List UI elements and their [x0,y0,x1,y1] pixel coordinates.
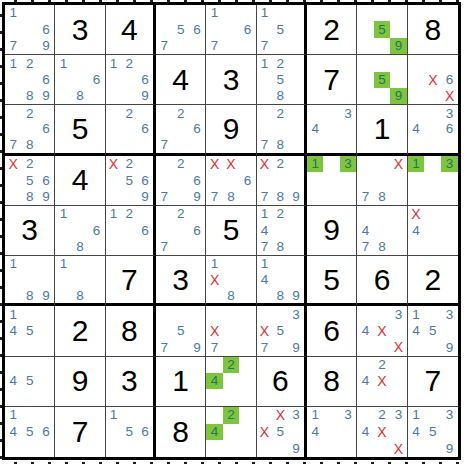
pencil-marks: X78 [357,156,406,205]
candidate-9: 9 [441,440,458,457]
cell-r6c2[interactable]: 18 [55,256,105,306]
candidate-7: 7 [257,137,273,153]
cell-r2c5[interactable]: 3 [206,55,256,105]
cell-r1c1[interactable]: 1679 [5,5,55,55]
eliminated-candidate-9: X [441,88,458,104]
solved-digit: 5 [223,215,240,245]
cell-r4c5[interactable]: XX678 [206,156,256,206]
candidate-4: 4 [408,222,425,238]
candidate-1: 1 [55,256,71,272]
cell-r2c8[interactable]: 59 [357,55,407,105]
cell-r3c3[interactable]: 26 [106,105,156,155]
candidate-2: 2 [374,407,390,424]
candidate-8: 8 [272,88,288,104]
candidate-5: 5 [21,373,37,389]
candidate-6: 6 [137,424,153,441]
solved-digit: 9 [72,366,89,396]
candidate-5: 5 [424,424,441,441]
cell-r5c4[interactable]: 267 [156,206,206,256]
cell-r9c1[interactable]: 1456 [5,407,55,457]
pencil-marks: 167 [206,5,255,54]
candidate-2: 2 [121,206,137,222]
candidate-9: 9 [189,188,205,204]
pencil-marks: 168 [55,55,104,104]
pencil-marks: 1456 [5,407,54,457]
solved-digit: 9 [223,114,240,144]
candidate-2: 2 [21,55,37,71]
candidate-7: 7 [5,137,21,153]
candidate-1: 1 [206,256,222,272]
candidate-1: 1 [307,407,323,424]
pencil-marks: XX678 [206,156,255,205]
cell-r5c7[interactable]: 9 [307,206,357,256]
candidate-2: 2 [121,105,137,121]
candidate-8: 8 [21,188,37,204]
candidate-6: 6 [239,172,255,188]
cell-r2c7[interactable]: 7 [307,55,357,105]
cell-r7c5[interactable]: X7 [206,306,256,356]
candidate-6: 6 [441,121,458,137]
cell-r6c6[interactable]: 1489 [257,256,307,306]
candidate-2: 2 [172,156,188,172]
cell-r6c8[interactable]: 6 [357,256,407,306]
cell-r8c9[interactable]: 7 [408,357,458,407]
candidate-9: 9 [288,440,304,457]
candidate-7: 7 [206,188,222,204]
highlighted-candidate-3: 3 [441,156,458,172]
candidate-4: 4 [357,323,373,339]
candidate-6: 6 [137,72,153,88]
candidate-6: 6 [38,172,54,188]
pencil-marks: 145 [5,306,54,355]
candidate-2: 2 [272,206,288,222]
candidate-7: 7 [206,38,222,54]
cell-r8c8[interactable]: 24X [357,357,407,407]
solved-digit: 3 [21,215,38,245]
cell-r8c7[interactable]: 8 [307,357,357,407]
cell-r9c5[interactable]: 24 [206,407,256,457]
pencil-marks: 156 [106,407,153,457]
pencil-marks: 2679 [156,156,205,205]
candidate-1: 1 [5,306,21,322]
pencil-marks: 1X8 [206,256,255,303]
solved-digit: 4 [172,65,189,95]
solved-digit: 2 [424,265,441,295]
candidate-2: 2 [121,156,137,172]
candidate-7: 7 [156,137,172,153]
cell-r7c9[interactable]: 13459 [408,306,458,356]
solved-digit: 7 [72,417,89,447]
eliminated-candidate-1: X [206,156,222,172]
cell-r1c2[interactable]: 3 [55,5,105,55]
candidate-6: 6 [38,424,54,441]
candidate-4: 4 [408,323,425,339]
candidate-6: 6 [189,121,205,137]
pencil-marks: X2789 [257,156,304,205]
solved-digit: 6 [272,366,289,396]
candidate-8: 8 [223,188,239,204]
candidate-5: 5 [21,172,37,188]
solved-digit: 9 [323,215,340,245]
candidate-6: 6 [441,72,458,88]
cell-r7c3[interactable]: 8 [106,306,156,356]
solved-digit: 7 [323,65,340,95]
candidate-7: 7 [257,188,273,204]
cell-r6c5[interactable]: 1X8 [206,256,256,306]
cell-r6c1[interactable]: 189 [5,256,55,306]
solved-digit: 1 [374,114,391,144]
candidate-9: 9 [189,339,205,355]
pencil-marks: 1679 [5,5,54,54]
cell-r4c2[interactable]: 4 [55,156,105,206]
cell-r8c3[interactable]: 3 [106,357,156,407]
cell-r1c3[interactable]: 4 [106,5,156,55]
pencil-marks: 24 [206,357,255,406]
cell-r8c2[interactable]: 9 [55,357,105,407]
cell-r4c8[interactable]: X78 [357,156,407,206]
candidate-6: 6 [189,172,205,188]
eliminated-candidate-1: X [257,156,273,172]
pencil-marks: 1489 [257,256,304,303]
candidate-9: 9 [38,188,54,204]
cell-r2c6[interactable]: 1258 [257,55,307,105]
candidate-5: 5 [272,323,288,339]
pencil-marks: X25689 [5,156,54,205]
candidate-2: 2 [172,105,188,121]
cell-r1c5[interactable]: 167 [206,5,256,55]
pencil-marks: 3X579 [257,306,304,355]
eliminated-candidate-1: X [5,156,21,172]
pencil-marks: 24X [357,357,406,406]
solved-digit: 4 [72,165,89,195]
candidate-3: 3 [390,407,406,424]
eliminated-candidate-3: X [390,156,406,172]
candidate-1: 1 [5,407,21,424]
candidate-1: 1 [206,5,222,21]
cell-r6c3[interactable]: 7 [106,256,156,306]
solved-digit: 8 [424,15,441,45]
candidate-6: 6 [137,172,153,188]
pencil-marks: X6X [408,55,458,104]
solved-digit: 3 [72,15,89,45]
solved-digit: 1 [172,366,189,396]
eliminated-candidate-5: X [424,72,441,88]
solved-digit: 8 [121,316,138,346]
solved-digit: 6 [374,265,391,295]
candidate-9: 9 [288,339,304,355]
candidate-3: 3 [340,105,356,121]
sudoku-board: 1679345671671572598126891681269431258759… [2,2,461,460]
cell-r2c4[interactable]: 4 [156,55,206,105]
candidate-3: 3 [390,306,406,322]
cell-r9c2[interactable]: 7 [55,407,105,457]
candidate-6: 6 [88,222,104,238]
pencil-marks: 34XX [357,306,406,355]
candidate-1: 1 [106,55,122,71]
candidate-1: 1 [257,206,273,222]
candidate-8: 8 [272,137,288,153]
candidate-8: 8 [223,288,239,304]
cell-r7c7[interactable]: 6 [307,306,357,356]
cell-r1c9[interactable]: 8 [408,5,458,55]
candidate-8: 8 [374,239,390,255]
candidate-8: 8 [272,188,288,204]
candidate-1: 1 [408,407,425,424]
candidate-9: 9 [38,88,54,104]
candidate-1: 1 [106,206,122,222]
candidate-6: 6 [189,21,205,37]
pencil-marks: 12689 [5,55,54,104]
eliminated-candidate-4: X [257,424,273,441]
eliminated-candidate-5: X [374,323,390,339]
candidate-4: 4 [307,121,323,137]
candidate-1: 1 [106,407,122,424]
candidate-4: 4 [5,323,21,339]
pencil-marks: 59 [357,5,406,54]
cell-r3c8[interactable]: 1 [357,105,407,155]
solved-digit: 7 [424,366,441,396]
candidate-3: 3 [340,407,356,424]
cell-r5c3[interactable]: 126 [106,206,156,256]
solved-digit: 3 [121,366,138,396]
eliminated-candidate-9: X [390,339,406,355]
pencil-marks: 1258 [257,55,304,104]
highlighted-candidate-1: 1 [307,156,323,172]
pencil-marks: 478 [357,206,406,255]
candidate-5: 5 [121,424,137,441]
candidate-7: 7 [156,339,172,355]
cell-r8c4[interactable]: 1 [156,357,206,407]
eliminated-candidate-4: X [257,323,273,339]
candidate-4: 4 [408,424,425,441]
candidate-6: 6 [137,121,153,137]
cell-r8c1[interactable]: 45 [5,357,55,407]
cell-r7c6[interactable]: 3X579 [257,306,307,356]
candidate-2: 2 [272,156,288,172]
candidate-9: 9 [288,288,304,304]
cell-r7c8[interactable]: 34XX [357,306,407,356]
cell-r7c1[interactable]: 145 [5,306,55,356]
highlighted-candidate-3: 3 [340,156,356,172]
cell-r5c5[interactable]: 5 [206,206,256,256]
cell-r3c1[interactable]: 2678 [5,105,55,155]
candidate-6: 6 [239,21,255,37]
candidate-6: 6 [137,222,153,238]
pencil-marks: 234XX [357,407,406,457]
candidate-2: 2 [374,357,390,373]
eliminated-candidate-9: X [390,440,406,457]
candidate-7: 7 [5,38,21,54]
cell-r4c6[interactable]: X2789 [257,156,307,206]
cell-r4c1[interactable]: X25689 [5,156,55,206]
pencil-marks: 168 [55,206,104,255]
candidate-7: 7 [156,38,172,54]
candidate-4: 4 [357,222,373,238]
candidate-8: 8 [21,288,37,304]
cell-r9c4[interactable]: 8 [156,407,206,457]
candidate-4: 4 [357,373,373,389]
candidate-4: 4 [5,424,21,441]
highlighted-candidate-2: 2 [223,357,239,373]
pencil-marks: 189 [5,256,54,303]
cell-r1c7[interactable]: 2 [307,5,357,55]
cell-r7c2[interactable]: 2 [55,306,105,356]
pencil-marks: 267 [156,105,205,152]
pencil-marks: 13 [408,156,458,205]
candidate-8: 8 [374,188,390,204]
eliminated-candidate-4: X [206,323,222,339]
candidate-5: 5 [121,172,137,188]
pencil-marks: 579 [156,306,205,355]
cell-r2c2[interactable]: 168 [55,55,105,105]
eliminated-candidate-1: X [408,206,425,222]
cell-r3c6[interactable]: 278 [257,105,307,155]
pencil-marks: 13459 [408,407,458,457]
candidate-9: 9 [38,288,54,304]
cell-r1c8[interactable]: 59 [357,5,407,55]
candidate-5: 5 [21,424,37,441]
cell-r6c7[interactable]: 5 [307,256,357,306]
cell-r9c6[interactable]: X3X59 [257,407,307,457]
eliminated-candidate-4: X [206,272,222,288]
cell-r3c2[interactable]: 5 [55,105,105,155]
cell-r3c4[interactable]: 267 [156,105,206,155]
pencil-marks: 12478 [257,206,304,255]
solved-digit: 6 [323,316,340,346]
pencil-marks: X2569 [106,156,153,205]
candidate-1: 1 [257,55,273,71]
candidate-9: 9 [38,38,54,54]
cell-r4c9[interactable]: 13 [408,156,458,206]
pencil-marks: 567 [156,5,205,54]
cell-r9c3[interactable]: 156 [106,407,156,457]
eliminated-candidate-5: X [374,424,390,441]
cell-r5c1[interactable]: 3 [5,206,55,256]
candidate-8: 8 [72,88,88,104]
candidate-3: 3 [288,306,304,322]
candidate-7: 7 [257,239,273,255]
highlighted-candidate-9: 9 [390,88,406,104]
cell-r3c5[interactable]: 9 [206,105,256,155]
pencil-marks: 18 [55,256,104,303]
cell-r2c9[interactable]: X6X [408,55,458,105]
pencil-marks: 26 [106,105,153,152]
eliminated-candidate-5: X [374,373,390,389]
candidate-6: 6 [38,121,54,137]
pencil-marks: 13459 [408,306,458,355]
solved-digit: 3 [223,65,240,95]
cell-r9c7[interactable]: 134 [307,407,357,457]
eliminated-candidate-2: X [272,407,288,424]
cell-r1c6[interactable]: 157 [257,5,307,55]
cell-r4c3[interactable]: X2569 [106,156,156,206]
candidate-8: 8 [72,239,88,255]
pencil-marks: 126 [106,206,153,255]
cell-r3c9[interactable]: 346 [408,105,458,155]
cell-r1c4[interactable]: 567 [156,5,206,55]
candidate-2: 2 [272,55,288,71]
candidate-5: 5 [172,323,188,339]
highlighted-candidate-5: 5 [374,21,390,37]
candidate-6: 6 [189,222,205,238]
solved-digit: 4 [121,15,138,45]
highlighted-candidate-4: 4 [206,424,222,441]
pencil-marks: X4 [408,206,458,255]
candidate-3: 3 [441,407,458,424]
candidate-4: 4 [357,424,373,441]
cell-r9c9[interactable]: 13459 [408,407,458,457]
pencil-marks: 278 [257,105,304,152]
candidate-2: 2 [21,105,37,121]
cell-r6c9[interactable]: 2 [408,256,458,306]
cell-r6c4[interactable]: 3 [156,256,206,306]
highlighted-candidate-1: 1 [408,156,425,172]
candidate-5: 5 [172,21,188,37]
candidate-1: 1 [55,55,71,71]
solved-digit: 3 [172,265,189,295]
cell-r2c1[interactable]: 12689 [5,55,55,105]
solved-digit: 5 [323,265,340,295]
pencil-marks: 13 [307,156,356,205]
cell-r5c6[interactable]: 12478 [257,206,307,256]
solved-digit: 7 [121,265,138,295]
cell-r5c2[interactable]: 168 [55,206,105,256]
candidate-4: 4 [257,272,273,288]
cell-r4c7[interactable]: 13 [307,156,357,206]
cell-r2c3[interactable]: 1269 [106,55,156,105]
candidate-6: 6 [38,21,54,37]
candidate-4: 4 [307,424,323,441]
pencil-marks: 59 [357,55,406,104]
solved-digit: 2 [72,316,89,346]
candidate-6: 6 [38,72,54,88]
candidate-4: 4 [408,121,425,137]
cell-r8c6[interactable]: 6 [257,357,307,407]
eliminated-candidate-1: X [106,156,122,172]
cell-r9c8[interactable]: 234XX [357,407,407,457]
cell-r8c5[interactable]: 24 [206,357,256,407]
candidate-3: 3 [441,105,458,121]
pencil-marks: 267 [156,206,205,255]
candidate-2: 2 [21,156,37,172]
candidate-7: 7 [257,339,273,355]
candidate-4: 4 [257,222,273,238]
candidate-7: 7 [156,239,172,255]
solved-digit: 2 [323,15,340,45]
cell-r4c4[interactable]: 2679 [156,156,206,206]
candidate-9: 9 [137,188,153,204]
candidate-2: 2 [121,55,137,71]
candidate-1: 1 [5,55,21,71]
candidate-8: 8 [72,288,88,304]
cell-r3c7[interactable]: 34 [307,105,357,155]
highlighted-candidate-4: 4 [206,373,222,389]
cell-r5c8[interactable]: 478 [357,206,407,256]
candidate-3: 3 [441,306,458,322]
candidate-1: 1 [55,206,71,222]
cell-r7c4[interactable]: 579 [156,306,206,356]
pencil-marks: 346 [408,105,458,152]
candidate-8: 8 [272,239,288,255]
candidate-2: 2 [172,206,188,222]
pencil-marks: X7 [206,306,255,355]
candidate-1: 1 [408,306,425,322]
candidate-5: 5 [272,21,288,37]
candidate-7: 7 [156,188,172,204]
candidate-1: 1 [5,256,21,272]
highlighted-candidate-5: 5 [374,72,390,88]
cell-r5c9[interactable]: X4 [408,206,458,256]
